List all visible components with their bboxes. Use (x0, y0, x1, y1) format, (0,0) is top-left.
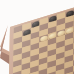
product-photo-checkers-box[interactable] (0, 0, 74, 74)
board-3d-wrapper (9, 4, 74, 74)
checkers-board (9, 4, 74, 74)
